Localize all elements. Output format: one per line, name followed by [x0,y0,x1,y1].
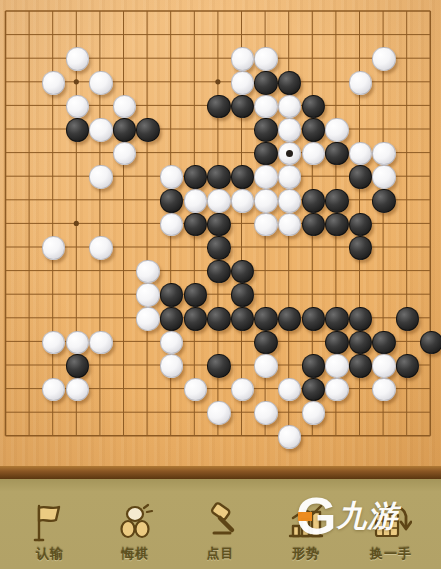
black-stone [136,118,160,142]
black-stone [113,118,137,142]
gavel-icon [200,502,242,544]
white-stone [325,354,349,378]
black-stone [325,189,349,213]
black-stone [349,165,373,189]
black-stone [302,95,326,119]
white-stone [136,283,160,307]
black-stone [396,354,420,378]
white-stone [278,118,302,142]
white-stone [136,307,160,331]
white-stone [89,236,113,260]
white-stone [254,95,278,119]
black-stone [160,189,184,213]
white-stone [160,354,184,378]
white-stone [254,189,278,213]
black-stone [66,118,90,142]
black-stone [66,354,90,378]
go-app-screen: 认输 悔棋 点目 [0,0,441,569]
white-stone [42,236,66,260]
white-stone [66,47,90,71]
black-stone [325,142,349,166]
white-stone [254,213,278,237]
black-stone [420,331,441,355]
swap-label: 换一手 [370,545,412,563]
undo-move-button[interactable]: 悔棋 [97,502,173,563]
white-stone [136,260,160,284]
go-board[interactable] [0,0,441,466]
last-move-marker [286,150,293,157]
black-stone [278,71,302,95]
swap-board-icon [370,502,412,544]
white-stone [254,401,278,425]
white-stone [66,331,90,355]
situation-button[interactable]: 形势 [268,502,344,563]
white-stone [231,189,255,213]
white-stone [372,378,396,402]
white-stone [184,189,208,213]
black-stone [231,283,255,307]
black-stone [207,165,231,189]
black-stone [372,189,396,213]
swap-move-button[interactable]: 换一手 [353,502,429,563]
black-stone [207,260,231,284]
white-stone [278,425,302,449]
white-stone [89,165,113,189]
black-stone [184,307,208,331]
black-stone [349,307,373,331]
white-stone [302,401,326,425]
trend-chart-icon [285,502,327,544]
black-stone [302,354,326,378]
black-stone [254,331,278,355]
undo-label: 悔棋 [121,545,149,563]
white-stone [372,354,396,378]
black-stone [349,354,373,378]
black-stone [278,307,302,331]
white-stone [89,331,113,355]
white-stone [89,118,113,142]
white-stone [254,47,278,71]
count-label: 点目 [207,545,235,563]
black-stone [231,307,255,331]
bottom-toolbar: 认输 悔棋 点目 [0,479,441,569]
black-stone [325,331,349,355]
black-stone [325,307,349,331]
white-stone [231,47,255,71]
white-stone [372,47,396,71]
black-stone [302,189,326,213]
black-stone [207,213,231,237]
black-stone [184,283,208,307]
black-stone [254,142,278,166]
white-stone [372,165,396,189]
black-stone [207,307,231,331]
black-stone [302,213,326,237]
stones-in-hand-icon [114,502,156,544]
black-stone [207,95,231,119]
white-stone [231,71,255,95]
situation-label: 形势 [292,545,320,563]
white-flag-icon [29,502,71,544]
white-stone [42,71,66,95]
resign-button[interactable]: 认输 [12,502,88,563]
board-bottom-edge [0,466,441,479]
black-stone [254,71,278,95]
white-stone [207,189,231,213]
black-stone [254,118,278,142]
black-stone [349,236,373,260]
white-stone [325,378,349,402]
black-stone [207,354,231,378]
black-stone [325,213,349,237]
black-stone [184,213,208,237]
white-stone [254,354,278,378]
white-stone [349,71,373,95]
white-stone [89,71,113,95]
white-stone [372,142,396,166]
black-stone [254,307,278,331]
black-stone [184,165,208,189]
black-stone [372,331,396,355]
white-stone [325,118,349,142]
count-points-button[interactable]: 点目 [183,502,259,563]
white-stone [278,189,302,213]
black-stone [302,307,326,331]
white-stone [254,165,278,189]
black-stone [207,236,231,260]
white-stone [66,95,90,119]
white-stone [207,401,231,425]
black-stone [160,307,184,331]
black-stone [231,165,255,189]
resign-label: 认输 [36,545,64,563]
black-stone [302,118,326,142]
black-stone [396,307,420,331]
